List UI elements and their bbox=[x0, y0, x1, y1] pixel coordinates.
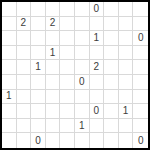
cell-r9c4[interactable] bbox=[60, 133, 75, 148]
clue-cell-r0c6: 0 bbox=[90, 2, 105, 17]
cell-r5c8[interactable] bbox=[119, 75, 134, 90]
cell-r0c5[interactable] bbox=[75, 2, 90, 17]
cell-r1c5[interactable] bbox=[75, 17, 90, 32]
cell-r2c0[interactable] bbox=[2, 31, 17, 46]
cell-r3c9[interactable] bbox=[133, 46, 148, 61]
clue-cell-r2c9: 0 bbox=[133, 31, 148, 46]
clue-cell-r2c6: 1 bbox=[90, 31, 105, 46]
cell-r3c1[interactable] bbox=[17, 46, 32, 61]
cell-r4c0[interactable] bbox=[2, 60, 17, 75]
cell-r7c5[interactable] bbox=[75, 104, 90, 119]
cell-r3c0[interactable] bbox=[2, 46, 17, 61]
cell-r0c0[interactable] bbox=[2, 2, 17, 17]
clue-cell-r7c6: 0 bbox=[90, 104, 105, 119]
cell-r4c9[interactable] bbox=[133, 60, 148, 75]
cell-r7c0[interactable] bbox=[2, 104, 17, 119]
cell-r9c5[interactable] bbox=[75, 133, 90, 148]
cell-r0c8[interactable] bbox=[119, 2, 134, 17]
clue-cell-r6c0: 1 bbox=[2, 90, 17, 105]
cell-r5c2[interactable] bbox=[31, 75, 46, 90]
cell-r6c2[interactable] bbox=[31, 90, 46, 105]
cell-r0c2[interactable] bbox=[31, 2, 46, 17]
clue-cell-r3c3: 1 bbox=[46, 46, 61, 61]
cell-r9c1[interactable] bbox=[17, 133, 32, 148]
cell-r5c1[interactable] bbox=[17, 75, 32, 90]
cell-r6c5[interactable] bbox=[75, 90, 90, 105]
cell-r5c4[interactable] bbox=[60, 75, 75, 90]
cell-r3c2[interactable] bbox=[31, 46, 46, 61]
clue-cell-r1c3: 2 bbox=[46, 17, 61, 32]
cell-r0c4[interactable] bbox=[60, 2, 75, 17]
cell-r4c1[interactable] bbox=[17, 60, 32, 75]
cell-r3c8[interactable] bbox=[119, 46, 134, 61]
cell-r0c7[interactable] bbox=[104, 2, 119, 17]
cell-r4c3[interactable] bbox=[46, 60, 61, 75]
cell-r5c9[interactable] bbox=[133, 75, 148, 90]
cell-r9c8[interactable] bbox=[119, 133, 134, 148]
cell-r6c7[interactable] bbox=[104, 90, 119, 105]
cell-r3c6[interactable] bbox=[90, 46, 105, 61]
cell-r9c0[interactable] bbox=[2, 133, 17, 148]
cell-r6c6[interactable] bbox=[90, 90, 105, 105]
cell-r8c1[interactable] bbox=[17, 119, 32, 134]
cell-r8c2[interactable] bbox=[31, 119, 46, 134]
cell-r6c8[interactable] bbox=[119, 90, 134, 105]
cell-r8c8[interactable] bbox=[119, 119, 134, 134]
cell-r7c1[interactable] bbox=[17, 104, 32, 119]
cell-r9c3[interactable] bbox=[46, 133, 61, 148]
cell-r4c4[interactable] bbox=[60, 60, 75, 75]
cell-r3c7[interactable] bbox=[104, 46, 119, 61]
cell-r7c7[interactable] bbox=[104, 104, 119, 119]
cell-r2c7[interactable] bbox=[104, 31, 119, 46]
cell-r1c2[interactable] bbox=[31, 17, 46, 32]
cell-r2c3[interactable] bbox=[46, 31, 61, 46]
cell-r5c7[interactable] bbox=[104, 75, 119, 90]
cell-r7c3[interactable] bbox=[46, 104, 61, 119]
cell-r2c4[interactable] bbox=[60, 31, 75, 46]
cell-r1c8[interactable] bbox=[119, 17, 134, 32]
cell-r6c3[interactable] bbox=[46, 90, 61, 105]
cell-r2c2[interactable] bbox=[31, 31, 46, 46]
cell-r8c0[interactable] bbox=[2, 119, 17, 134]
cell-r5c0[interactable] bbox=[2, 75, 17, 90]
clue-cell-r9c2: 0 bbox=[31, 133, 46, 148]
cell-r2c8[interactable] bbox=[119, 31, 134, 46]
cell-r2c5[interactable] bbox=[75, 31, 90, 46]
cell-r7c4[interactable] bbox=[60, 104, 75, 119]
clue-cell-r9c9: 0 bbox=[133, 133, 148, 148]
cell-r3c5[interactable] bbox=[75, 46, 90, 61]
cell-r8c3[interactable] bbox=[46, 119, 61, 134]
cell-r7c2[interactable] bbox=[31, 104, 46, 119]
cell-r7c9[interactable] bbox=[133, 104, 148, 119]
cell-r5c3[interactable] bbox=[46, 75, 61, 90]
cell-r1c6[interactable] bbox=[90, 17, 105, 32]
cell-r0c1[interactable] bbox=[17, 2, 32, 17]
clue-cell-r1c1: 2 bbox=[17, 17, 32, 32]
puzzle-board: 022101120101100 bbox=[0, 0, 150, 150]
cell-r5c6[interactable] bbox=[90, 75, 105, 90]
cell-r9c6[interactable] bbox=[90, 133, 105, 148]
cell-r0c3[interactable] bbox=[46, 2, 61, 17]
cell-r1c7[interactable] bbox=[104, 17, 119, 32]
clue-cell-r5c5: 0 bbox=[75, 75, 90, 90]
cell-r4c7[interactable] bbox=[104, 60, 119, 75]
cell-r1c0[interactable] bbox=[2, 17, 17, 32]
cell-r8c4[interactable] bbox=[60, 119, 75, 134]
clue-cell-r4c6: 2 bbox=[90, 60, 105, 75]
cell-r9c7[interactable] bbox=[104, 133, 119, 148]
cell-r1c9[interactable] bbox=[133, 17, 148, 32]
cell-r0c9[interactable] bbox=[133, 2, 148, 17]
cell-r4c8[interactable] bbox=[119, 60, 134, 75]
cell-r6c4[interactable] bbox=[60, 90, 75, 105]
cell-r2c1[interactable] bbox=[17, 31, 32, 46]
cell-r4c5[interactable] bbox=[75, 60, 90, 75]
clue-cell-r8c5: 1 bbox=[75, 119, 90, 134]
cell-r8c6[interactable] bbox=[90, 119, 105, 134]
clue-cell-r7c8: 1 bbox=[119, 104, 134, 119]
cell-r1c4[interactable] bbox=[60, 17, 75, 32]
clue-cell-r4c2: 1 bbox=[31, 60, 46, 75]
cell-r3c4[interactable] bbox=[60, 46, 75, 61]
cell-r6c1[interactable] bbox=[17, 90, 32, 105]
cell-r8c7[interactable] bbox=[104, 119, 119, 134]
cell-r6c9[interactable] bbox=[133, 90, 148, 105]
cell-r8c9[interactable] bbox=[133, 119, 148, 134]
